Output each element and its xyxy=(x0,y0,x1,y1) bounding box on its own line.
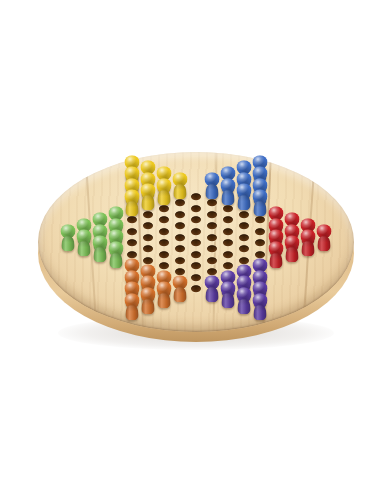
board-hole-cell[interactable] xyxy=(204,186,220,198)
board-hole-cell[interactable] xyxy=(140,232,156,244)
board-hole-cell[interactable] xyxy=(124,306,140,318)
hole xyxy=(239,211,249,218)
hole xyxy=(159,205,169,212)
hole xyxy=(239,245,249,252)
board-hole-cell[interactable] xyxy=(236,220,252,232)
board-hole-cell[interactable] xyxy=(140,301,156,313)
hole xyxy=(223,205,233,212)
peg-green[interactable] xyxy=(60,224,76,251)
peg-purple[interactable] xyxy=(220,281,236,308)
board-hole-cell[interactable] xyxy=(188,226,204,238)
hole xyxy=(175,234,185,241)
hole xyxy=(207,222,217,229)
board-hole-cell[interactable] xyxy=(76,243,92,255)
hole xyxy=(255,217,265,224)
hole xyxy=(255,251,265,258)
hole xyxy=(191,263,201,270)
board-column xyxy=(316,237,332,249)
board-hole-cell[interactable] xyxy=(236,243,252,255)
board-hole-cell[interactable] xyxy=(172,255,188,267)
board-column xyxy=(92,226,108,261)
hole xyxy=(191,228,201,235)
board-column xyxy=(124,168,140,318)
board-hole-cell[interactable] xyxy=(188,260,204,272)
board-hole-cell[interactable] xyxy=(188,249,204,261)
board-hole-cell[interactable] xyxy=(156,295,172,307)
board-column xyxy=(220,180,236,307)
board-hole-cell[interactable] xyxy=(188,272,204,284)
board-hole-cell[interactable] xyxy=(60,237,76,249)
hole xyxy=(191,274,201,281)
hole-field xyxy=(60,168,332,318)
board-column xyxy=(188,191,204,295)
hole xyxy=(175,245,185,252)
board-column xyxy=(76,232,92,255)
hole xyxy=(159,251,169,258)
peg-purple[interactable] xyxy=(252,293,268,320)
peg-orange[interactable] xyxy=(156,281,172,308)
board-hole-cell[interactable] xyxy=(268,255,284,267)
hole xyxy=(175,211,185,218)
hole xyxy=(207,257,217,264)
board-hole-cell[interactable] xyxy=(188,283,204,295)
peg-red[interactable] xyxy=(268,241,284,268)
hole xyxy=(127,228,137,235)
hole xyxy=(143,222,153,229)
hole xyxy=(207,268,217,275)
board-hole-cell[interactable] xyxy=(156,214,172,226)
board-column xyxy=(108,220,124,266)
board-column xyxy=(140,174,156,312)
board-hole-cell[interactable] xyxy=(204,289,220,301)
hole xyxy=(207,245,217,252)
board-column xyxy=(60,237,76,249)
board-hole-cell[interactable] xyxy=(204,255,220,267)
board-hole-cell[interactable] xyxy=(172,220,188,232)
hole xyxy=(175,257,185,264)
board-hole-cell[interactable] xyxy=(188,214,204,226)
board-hole-cell[interactable] xyxy=(124,237,140,249)
board-hole-cell[interactable] xyxy=(156,191,172,203)
hole xyxy=(223,240,233,247)
hole xyxy=(223,263,233,270)
peg-yellow[interactable] xyxy=(140,184,156,211)
hole xyxy=(207,234,217,241)
board-hole-cell[interactable] xyxy=(284,249,300,261)
hole xyxy=(191,240,201,247)
hole xyxy=(175,268,185,275)
board-hole-cell[interactable] xyxy=(252,306,268,318)
peg-green[interactable] xyxy=(92,235,108,262)
board-hole-cell[interactable] xyxy=(124,203,140,215)
board-column xyxy=(284,226,300,261)
board-column xyxy=(204,186,220,301)
board-column xyxy=(236,174,252,312)
board-column xyxy=(300,232,316,255)
board-column xyxy=(172,186,188,301)
hole xyxy=(239,222,249,229)
hole xyxy=(159,217,169,224)
board-hole-cell[interactable] xyxy=(156,226,172,238)
board-column xyxy=(252,168,268,318)
board-hole-cell[interactable] xyxy=(252,237,268,249)
hole xyxy=(191,286,201,293)
board-hole-cell[interactable] xyxy=(220,191,236,203)
peg-green[interactable] xyxy=(76,230,92,257)
board-hole-cell[interactable] xyxy=(140,243,156,255)
hole xyxy=(159,263,169,270)
board-hole-cell[interactable] xyxy=(204,220,220,232)
board-column xyxy=(156,180,172,307)
board-hole-cell[interactable] xyxy=(220,214,236,226)
peg-yellow[interactable] xyxy=(156,178,172,205)
board-hole-cell[interactable] xyxy=(140,197,156,209)
hole xyxy=(175,199,185,206)
peg-orange[interactable] xyxy=(140,287,156,314)
board-hole-cell[interactable] xyxy=(156,237,172,249)
hole xyxy=(159,240,169,247)
peg-blue[interactable] xyxy=(204,172,220,199)
peg-purple[interactable] xyxy=(236,287,252,314)
peg-blue[interactable] xyxy=(220,178,236,205)
peg-green[interactable] xyxy=(108,241,124,268)
hole xyxy=(255,240,265,247)
board-hole-cell[interactable] xyxy=(172,209,188,221)
hole xyxy=(223,251,233,258)
hole xyxy=(239,257,249,264)
peg-red[interactable] xyxy=(316,224,332,251)
hole xyxy=(207,211,217,218)
hole xyxy=(143,245,153,252)
peg-red[interactable] xyxy=(300,230,316,257)
board-hole-cell[interactable] xyxy=(220,226,236,238)
hole xyxy=(127,251,137,258)
hole xyxy=(159,228,169,235)
board-hole-cell[interactable] xyxy=(220,295,236,307)
board-hole-cell[interactable] xyxy=(172,289,188,301)
chinese-checkers-product-photo xyxy=(0,0,390,484)
board-hole-cell[interactable] xyxy=(204,232,220,244)
peg-yellow[interactable] xyxy=(124,189,140,216)
hole xyxy=(127,217,137,224)
board-hole-cell[interactable] xyxy=(316,237,332,249)
board-hole-cell[interactable] xyxy=(124,226,140,238)
peg-yellow[interactable] xyxy=(172,172,188,199)
peg-orange[interactable] xyxy=(124,293,140,320)
board-hole-cell[interactable] xyxy=(188,203,204,215)
hole xyxy=(127,240,137,247)
peg-purple[interactable] xyxy=(204,276,220,303)
hole xyxy=(239,234,249,241)
board-hole-cell[interactable] xyxy=(252,203,268,215)
board-hole-cell[interactable] xyxy=(92,249,108,261)
board-hole-cell[interactable] xyxy=(172,232,188,244)
hole xyxy=(191,194,201,201)
hole xyxy=(255,228,265,235)
peg-red[interactable] xyxy=(284,235,300,262)
peg-blue[interactable] xyxy=(236,184,252,211)
hole xyxy=(143,211,153,218)
board-hole-cell[interactable] xyxy=(172,243,188,255)
board-hole-cell[interactable] xyxy=(252,226,268,238)
board-hole-cell[interactable] xyxy=(140,220,156,232)
hole xyxy=(143,257,153,264)
board-hole-cell[interactable] xyxy=(188,191,204,203)
peg-orange[interactable] xyxy=(172,276,188,303)
hole xyxy=(143,234,153,241)
board-hole-cell[interactable] xyxy=(236,232,252,244)
board-hole-cell[interactable] xyxy=(172,186,188,198)
hole xyxy=(175,222,185,229)
board-hole-cell[interactable] xyxy=(220,237,236,249)
hole xyxy=(223,217,233,224)
hole xyxy=(223,228,233,235)
board-hole-cell[interactable] xyxy=(300,243,316,255)
hole xyxy=(207,199,217,206)
board-hole-cell[interactable] xyxy=(188,237,204,249)
peg-blue[interactable] xyxy=(252,189,268,216)
board-hole-cell[interactable] xyxy=(204,243,220,255)
board-hole-cell[interactable] xyxy=(220,249,236,261)
board-hole-cell[interactable] xyxy=(156,249,172,261)
board-hole-cell[interactable] xyxy=(204,209,220,221)
hole xyxy=(191,217,201,224)
board-hole-cell[interactable] xyxy=(236,301,252,313)
hole xyxy=(191,251,201,258)
board-column xyxy=(268,220,284,266)
board-hole-cell[interactable] xyxy=(108,255,124,267)
board-hole-cell[interactable] xyxy=(236,197,252,209)
hole xyxy=(191,205,201,212)
